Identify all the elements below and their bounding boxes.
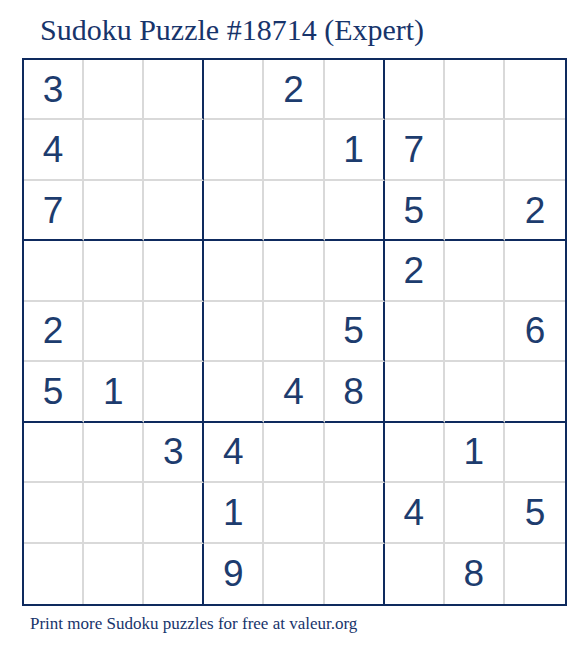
cell-r6c9[interactable]: [505, 362, 565, 422]
cell-r8c4[interactable]: 1: [204, 483, 264, 543]
cell-r5c9[interactable]: 6: [505, 302, 565, 362]
cell-r7c2[interactable]: [84, 423, 144, 483]
cell-r9c5[interactable]: [264, 544, 324, 604]
cell-r7c5[interactable]: [264, 423, 324, 483]
cell-r8c1[interactable]: [24, 483, 84, 543]
cell-r3c9[interactable]: 2: [505, 181, 565, 241]
cell-r7c4[interactable]: 4: [204, 423, 264, 483]
cell-r3c7[interactable]: 5: [385, 181, 445, 241]
cell-r3c5[interactable]: [264, 181, 324, 241]
cell-r2c4[interactable]: [204, 120, 264, 180]
cell-r7c7[interactable]: [385, 423, 445, 483]
cell-r4c6[interactable]: [325, 241, 385, 301]
cell-r4c7[interactable]: 2: [385, 241, 445, 301]
cell-r1c9[interactable]: [505, 60, 565, 120]
cell-r9c2[interactable]: [84, 544, 144, 604]
cell-r2c7[interactable]: 7: [385, 120, 445, 180]
cell-r8c3[interactable]: [144, 483, 204, 543]
cell-r9c1[interactable]: [24, 544, 84, 604]
cell-r8c5[interactable]: [264, 483, 324, 543]
cell-r2c3[interactable]: [144, 120, 204, 180]
cell-r5c8[interactable]: [445, 302, 505, 362]
cell-r3c3[interactable]: [144, 181, 204, 241]
cell-r2c9[interactable]: [505, 120, 565, 180]
cell-r4c3[interactable]: [144, 241, 204, 301]
cell-r6c7[interactable]: [385, 362, 445, 422]
cell-r3c8[interactable]: [445, 181, 505, 241]
sudoku-board: 324177522256514834114598: [22, 58, 567, 606]
cell-r5c7[interactable]: [385, 302, 445, 362]
cell-r6c6[interactable]: 8: [325, 362, 385, 422]
cell-r1c1[interactable]: 3: [24, 60, 84, 120]
cell-r6c8[interactable]: [445, 362, 505, 422]
cell-r9c6[interactable]: [325, 544, 385, 604]
cell-r8c7[interactable]: 4: [385, 483, 445, 543]
cell-r3c4[interactable]: [204, 181, 264, 241]
cell-r8c8[interactable]: [445, 483, 505, 543]
cell-r1c6[interactable]: [325, 60, 385, 120]
cell-r9c7[interactable]: [385, 544, 445, 604]
cell-r5c6[interactable]: 5: [325, 302, 385, 362]
cell-r2c5[interactable]: [264, 120, 324, 180]
cell-r5c3[interactable]: [144, 302, 204, 362]
cell-r4c1[interactable]: [24, 241, 84, 301]
cell-r3c1[interactable]: 7: [24, 181, 84, 241]
cell-r6c3[interactable]: [144, 362, 204, 422]
page-title: Sudoku Puzzle #18714 (Expert): [40, 13, 424, 47]
cell-r6c4[interactable]: [204, 362, 264, 422]
cell-r6c5[interactable]: 4: [264, 362, 324, 422]
cell-r4c2[interactable]: [84, 241, 144, 301]
cell-r1c7[interactable]: [385, 60, 445, 120]
cell-r7c1[interactable]: [24, 423, 84, 483]
cell-r8c2[interactable]: [84, 483, 144, 543]
cell-r7c8[interactable]: 1: [445, 423, 505, 483]
cell-r5c4[interactable]: [204, 302, 264, 362]
cell-r5c5[interactable]: [264, 302, 324, 362]
cell-r2c1[interactable]: 4: [24, 120, 84, 180]
cell-r3c2[interactable]: [84, 181, 144, 241]
cell-r7c3[interactable]: 3: [144, 423, 204, 483]
cell-r2c2[interactable]: [84, 120, 144, 180]
cell-r9c4[interactable]: 9: [204, 544, 264, 604]
cell-r4c9[interactable]: [505, 241, 565, 301]
cell-r8c9[interactable]: 5: [505, 483, 565, 543]
cell-r9c3[interactable]: [144, 544, 204, 604]
cell-r7c9[interactable]: [505, 423, 565, 483]
cell-r1c3[interactable]: [144, 60, 204, 120]
cell-r3c6[interactable]: [325, 181, 385, 241]
cell-r1c2[interactable]: [84, 60, 144, 120]
cell-r1c5[interactable]: 2: [264, 60, 324, 120]
cell-r2c6[interactable]: 1: [325, 120, 385, 180]
cell-r9c8[interactable]: 8: [445, 544, 505, 604]
cell-r4c4[interactable]: [204, 241, 264, 301]
cell-r1c4[interactable]: [204, 60, 264, 120]
cell-r6c2[interactable]: 1: [84, 362, 144, 422]
cell-r2c8[interactable]: [445, 120, 505, 180]
cell-r9c9[interactable]: [505, 544, 565, 604]
cell-r8c6[interactable]: [325, 483, 385, 543]
cell-r6c1[interactable]: 5: [24, 362, 84, 422]
cell-r7c6[interactable]: [325, 423, 385, 483]
cell-r5c2[interactable]: [84, 302, 144, 362]
cell-r4c8[interactable]: [445, 241, 505, 301]
footer-text: Print more Sudoku puzzles for free at va…: [30, 614, 357, 634]
cell-r5c1[interactable]: 2: [24, 302, 84, 362]
cell-r1c8[interactable]: [445, 60, 505, 120]
cell-r4c5[interactable]: [264, 241, 324, 301]
